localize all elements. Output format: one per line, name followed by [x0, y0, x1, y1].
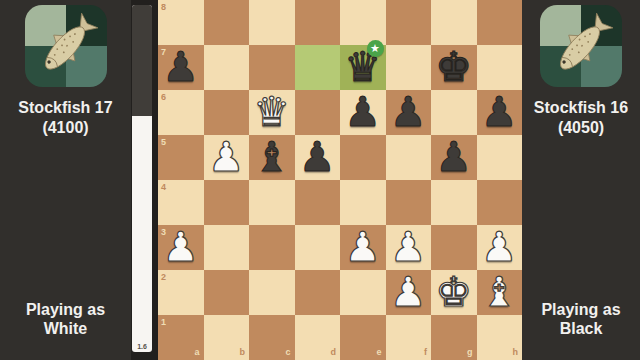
file-label-c: c [285, 348, 290, 357]
square-e4[interactable] [340, 180, 386, 225]
piece-wp: ♟ [340, 225, 386, 270]
square-c5[interactable]: ♝ [249, 135, 295, 180]
piece-bk: ♚ [431, 45, 477, 90]
square-d2[interactable] [295, 270, 341, 315]
square-g6[interactable] [431, 90, 477, 135]
piece-wp: ♟ [386, 270, 432, 315]
square-d7[interactable] [295, 45, 341, 90]
rank-label-5: 5 [161, 138, 166, 147]
piece-bp: ♟ [295, 135, 341, 180]
square-f5[interactable] [386, 135, 432, 180]
square-b3[interactable] [204, 225, 250, 270]
piece-wk: ♚ [431, 270, 477, 315]
square-a2[interactable]: 2 [158, 270, 204, 315]
square-b8[interactable] [204, 0, 250, 45]
square-a5[interactable]: 5 [158, 135, 204, 180]
square-g3[interactable] [431, 225, 477, 270]
square-h4[interactable] [477, 180, 523, 225]
square-h3[interactable]: ♟ [477, 225, 523, 270]
square-b7[interactable] [204, 45, 250, 90]
square-b1[interactable]: b [204, 315, 250, 360]
file-label-h: h [513, 348, 519, 357]
black-player-panel: Stockfish 16 (4050) Playing as Black [522, 0, 640, 360]
square-h6[interactable]: ♟ [477, 90, 523, 135]
square-e7[interactable]: ♛★ [340, 45, 386, 90]
square-b2[interactable] [204, 270, 250, 315]
square-a1[interactable]: 1a [158, 315, 204, 360]
square-f1[interactable]: f [386, 315, 432, 360]
square-c4[interactable] [249, 180, 295, 225]
file-label-e: e [376, 348, 381, 357]
square-d1[interactable]: d [295, 315, 341, 360]
square-b6[interactable] [204, 90, 250, 135]
square-e5[interactable] [340, 135, 386, 180]
square-g2[interactable]: ♚ [431, 270, 477, 315]
square-g1[interactable]: g [431, 315, 477, 360]
file-label-f: f [424, 348, 427, 357]
square-h5[interactable] [477, 135, 523, 180]
rank-label-8: 8 [161, 3, 166, 12]
square-g7[interactable]: ♚ [431, 45, 477, 90]
square-c2[interactable] [249, 270, 295, 315]
square-a4[interactable]: 4 [158, 180, 204, 225]
app-window: Stockfish 17 (4100) Playing as White 1.6… [0, 0, 640, 360]
square-a8[interactable]: 8 [158, 0, 204, 45]
square-d6[interactable] [295, 90, 341, 135]
piece-wb: ♝ [477, 270, 523, 315]
piece-bp: ♟ [477, 90, 523, 135]
file-label-g: g [467, 348, 473, 357]
square-b5[interactable]: ♟ [204, 135, 250, 180]
eval-bar-dark [132, 5, 152, 116]
black-player-rating: (4050) [558, 118, 604, 138]
square-g5[interactable]: ♟ [431, 135, 477, 180]
stockfish-app-icon [25, 5, 107, 87]
eval-bar: 1.6 [132, 5, 152, 352]
white-player-role: Playing as White [17, 300, 115, 338]
piece-wp: ♟ [204, 135, 250, 180]
piece-bp: ♟ [431, 135, 477, 180]
rank-label-6: 6 [161, 93, 166, 102]
square-f6[interactable]: ♟ [386, 90, 432, 135]
square-a3[interactable]: 3♟ [158, 225, 204, 270]
square-e8[interactable] [340, 0, 386, 45]
square-b4[interactable] [204, 180, 250, 225]
piece-bb: ♝ [249, 135, 295, 180]
file-label-b: b [240, 348, 246, 357]
square-a6[interactable]: 6 [158, 90, 204, 135]
square-d4[interactable] [295, 180, 341, 225]
square-g8[interactable] [431, 0, 477, 45]
rank-label-4: 4 [161, 183, 166, 192]
square-c6[interactable]: ♛ [249, 90, 295, 135]
stockfish-app-icon [540, 5, 622, 87]
square-f7[interactable] [386, 45, 432, 90]
square-d3[interactable] [295, 225, 341, 270]
eval-score: 1.6 [132, 343, 152, 350]
square-h2[interactable]: ♝ [477, 270, 523, 315]
square-c8[interactable] [249, 0, 295, 45]
rank-label-2: 2 [161, 273, 166, 282]
square-d8[interactable] [295, 0, 341, 45]
piece-wq: ♛ [249, 90, 295, 135]
white-player-rating: (4100) [42, 118, 88, 138]
square-c1[interactable]: c [249, 315, 295, 360]
piece-wp: ♟ [477, 225, 523, 270]
square-a7[interactable]: 7♟ [158, 45, 204, 90]
square-f2[interactable]: ♟ [386, 270, 432, 315]
square-f3[interactable]: ♟ [386, 225, 432, 270]
square-e3[interactable]: ♟ [340, 225, 386, 270]
square-g4[interactable] [431, 180, 477, 225]
piece-wp: ♟ [158, 225, 204, 270]
square-f4[interactable] [386, 180, 432, 225]
square-f8[interactable] [386, 0, 432, 45]
square-d5[interactable]: ♟ [295, 135, 341, 180]
best-move-star-icon: ★ [367, 40, 384, 57]
square-e2[interactable] [340, 270, 386, 315]
white-player-name: Stockfish 17 [18, 98, 112, 118]
piece-bp: ♟ [386, 90, 432, 135]
rank-label-1: 1 [161, 318, 166, 327]
square-c3[interactable] [249, 225, 295, 270]
black-player-name: Stockfish 16 [534, 98, 628, 118]
square-e6[interactable]: ♟ [340, 90, 386, 135]
chess-board: 87♟♛★♚6♛♟♟♟5♟♝♟♟43♟♟♟♟2♟♚♝1abcdefgh [158, 0, 522, 360]
file-label-d: d [331, 348, 337, 357]
piece-bp: ♟ [158, 45, 204, 90]
piece-bp: ♟ [340, 90, 386, 135]
file-label-a: a [194, 348, 199, 357]
black-player-role: Playing as Black [532, 300, 630, 338]
square-h7[interactable] [477, 45, 523, 90]
square-c7[interactable] [249, 45, 295, 90]
piece-wp: ♟ [386, 225, 432, 270]
square-e1[interactable]: e [340, 315, 386, 360]
square-h8[interactable] [477, 0, 523, 45]
square-h1[interactable]: h [477, 315, 523, 360]
white-player-panel: Stockfish 17 (4100) Playing as White [0, 0, 131, 360]
